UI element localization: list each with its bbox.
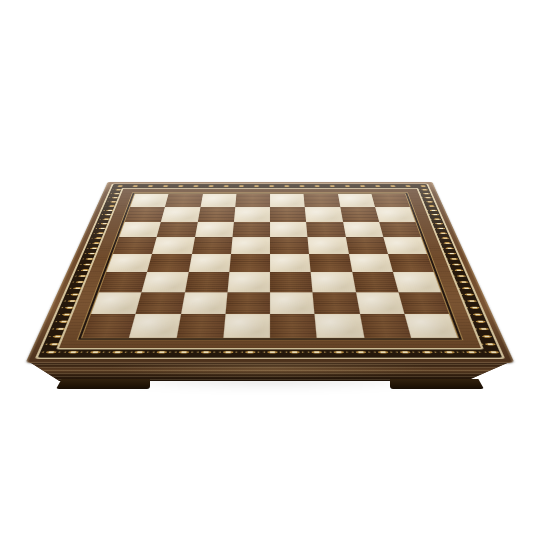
board-molded-edge — [28, 361, 512, 381]
square-e6 — [270, 222, 308, 238]
square-a1 — [82, 314, 135, 338]
square-g5 — [345, 237, 387, 254]
square-f3 — [311, 272, 356, 292]
square-h4 — [388, 254, 434, 272]
square-f4 — [309, 254, 352, 272]
square-h3 — [393, 272, 441, 292]
square-d5 — [231, 237, 270, 254]
square-a2 — [91, 292, 142, 314]
square-g3 — [352, 272, 398, 292]
square-e7 — [270, 207, 306, 221]
square-b5 — [152, 237, 194, 254]
square-f8 — [304, 194, 340, 207]
board-foot-right — [390, 379, 484, 389]
square-b6 — [157, 222, 198, 238]
square-c6 — [195, 222, 234, 238]
square-h7 — [375, 207, 415, 221]
square-f6 — [306, 222, 345, 238]
square-g8 — [337, 194, 374, 207]
board-outer-edge — [25, 182, 514, 363]
square-f7 — [305, 207, 343, 221]
square-f1 — [315, 314, 364, 338]
square-b3 — [142, 272, 188, 292]
square-e5 — [270, 237, 309, 254]
chess-board — [25, 182, 514, 363]
square-g6 — [343, 222, 384, 238]
gold-pinstripe-outer — [77, 192, 464, 340]
walnut-frame-band — [59, 189, 481, 349]
square-b7 — [161, 207, 200, 221]
playing-field — [82, 194, 457, 338]
square-f5 — [308, 237, 349, 254]
square-b4 — [147, 254, 191, 272]
square-h1 — [404, 314, 457, 338]
square-g1 — [359, 314, 410, 338]
square-c7 — [197, 207, 235, 221]
square-d6 — [232, 222, 270, 238]
square-g4 — [349, 254, 393, 272]
square-c8 — [200, 194, 236, 207]
board-foot-left — [56, 379, 150, 389]
square-d3 — [227, 272, 270, 292]
square-b1 — [129, 314, 180, 338]
square-c5 — [192, 237, 233, 254]
mosaic-inlay-border — [38, 184, 502, 357]
square-d1 — [223, 314, 270, 338]
square-d8 — [235, 194, 270, 207]
square-a5 — [113, 237, 157, 254]
square-h8 — [371, 194, 410, 207]
square-d2 — [225, 292, 270, 314]
product-photo-stage — [0, 0, 540, 540]
square-d4 — [229, 254, 270, 272]
square-c3 — [185, 272, 230, 292]
square-e8 — [270, 194, 305, 207]
square-g7 — [340, 207, 379, 221]
square-a3 — [99, 272, 147, 292]
square-e3 — [270, 272, 313, 292]
square-c1 — [176, 314, 225, 338]
square-a7 — [125, 207, 165, 221]
square-e2 — [270, 292, 315, 314]
gold-pinstripe-inner — [81, 193, 459, 338]
square-a4 — [106, 254, 152, 272]
square-h2 — [398, 292, 449, 314]
square-c2 — [181, 292, 228, 314]
inlay-line-outer — [35, 184, 506, 359]
square-h6 — [379, 222, 421, 238]
square-a6 — [119, 222, 161, 238]
square-a8 — [130, 194, 169, 207]
pinstripe-dark-band — [78, 193, 462, 340]
square-d7 — [234, 207, 270, 221]
square-c4 — [188, 254, 231, 272]
square-b8 — [165, 194, 202, 207]
square-e1 — [270, 314, 317, 338]
square-e4 — [270, 254, 311, 272]
square-f2 — [313, 292, 360, 314]
square-b2 — [136, 292, 185, 314]
square-h5 — [383, 237, 427, 254]
square-g2 — [355, 292, 404, 314]
inlay-line-inner — [56, 188, 484, 350]
